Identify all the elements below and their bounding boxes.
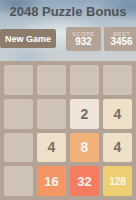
best-value: 3456 (104, 37, 136, 47)
app-screen: 2048 Puzzle Bonus New Game SCORE 932 BES… (0, 0, 136, 200)
tile-4: 4 (103, 133, 132, 163)
empty-cell (70, 65, 99, 95)
tile-128: 128 (103, 166, 132, 196)
header: 2048 Puzzle Bonus New Game SCORE 932 BES… (0, 0, 136, 61)
tile-16: 16 (37, 166, 66, 196)
score-value: 932 (66, 37, 101, 47)
empty-cell (4, 133, 33, 163)
tile-8: 8 (70, 133, 99, 163)
tile-4: 4 (37, 133, 66, 163)
empty-cell (4, 166, 33, 196)
tile-2: 2 (70, 99, 99, 129)
empty-cell (103, 65, 132, 95)
score-box: SCORE 932 (66, 27, 101, 51)
game-board[interactable]: 244841632128 (0, 61, 136, 200)
empty-cell (37, 99, 66, 129)
tile-4: 4 (103, 99, 132, 129)
page-title: 2048 Puzzle Bonus (0, 4, 136, 19)
empty-cell (4, 99, 33, 129)
empty-cell (4, 65, 33, 95)
best-box: BEST 3456 (104, 27, 136, 51)
new-game-button[interactable]: New Game (0, 29, 56, 48)
tile-32: 32 (70, 166, 99, 196)
empty-cell (37, 65, 66, 95)
